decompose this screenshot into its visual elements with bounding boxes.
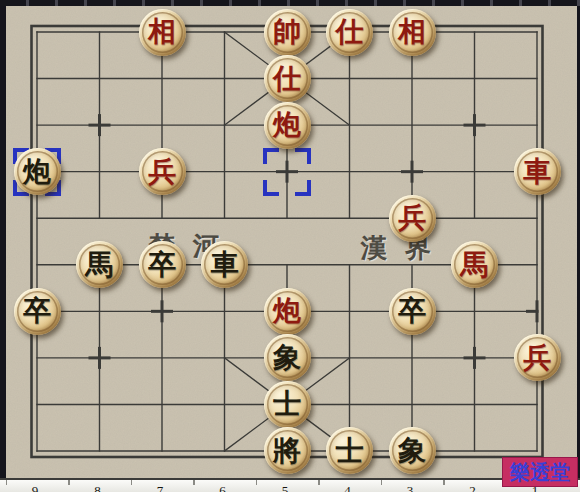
ruler-tick	[256, 480, 258, 485]
ruler-tick	[443, 480, 445, 485]
file-number-label: 7	[151, 483, 169, 492]
piece-black-馬[interactable]: 馬	[76, 241, 123, 288]
xiangqi-app-window: 楚河 漢界 相帥仕相仕炮炮兵車兵馬卒車馬卒炮卒象兵士將士象 987654321 …	[0, 0, 580, 492]
file-number-label: 2	[464, 483, 482, 492]
piece-glyph: 炮	[273, 111, 301, 139]
piece-glyph: 炮	[273, 297, 301, 325]
file-number-ruler: 987654321	[0, 478, 580, 492]
piece-red-炮[interactable]: 炮	[264, 288, 311, 335]
ruler-tick	[318, 480, 320, 485]
piece-glyph: 兵	[523, 344, 551, 372]
file-number-label: 6	[214, 483, 232, 492]
piece-glyph: 車	[211, 251, 239, 279]
piece-black-車[interactable]: 車	[201, 241, 248, 288]
file-number-label: 8	[89, 483, 107, 492]
piece-glyph: 馬	[461, 251, 489, 279]
piece-glyph: 相	[398, 18, 426, 46]
piece-glyph: 車	[523, 158, 551, 186]
piece-glyph: 兵	[148, 158, 176, 186]
file-number-label: 5	[276, 483, 294, 492]
river-label-han-jie: 漢界	[336, 231, 456, 266]
piece-black-炮[interactable]: 炮	[14, 148, 61, 195]
piece-red-車[interactable]: 車	[514, 148, 561, 195]
file-number-label: 3	[401, 483, 419, 492]
piece-glyph: 相	[148, 18, 176, 46]
piece-black-將[interactable]: 將	[264, 427, 311, 474]
ruler-tick	[6, 480, 8, 485]
piece-black-象[interactable]: 象	[264, 334, 311, 381]
piece-glyph: 象	[398, 437, 426, 465]
piece-red-相[interactable]: 相	[389, 9, 436, 56]
piece-black-卒[interactable]: 卒	[14, 288, 61, 335]
piece-red-相[interactable]: 相	[139, 9, 186, 56]
piece-glyph: 士	[273, 390, 301, 418]
piece-glyph: 將	[273, 437, 301, 465]
watermark-text: 樂透堂	[510, 459, 570, 486]
piece-glyph: 士	[336, 437, 364, 465]
last-move-highlight	[263, 148, 311, 196]
piece-red-帥[interactable]: 帥	[264, 9, 311, 56]
piece-glyph: 卒	[23, 297, 51, 325]
piece-glyph: 帥	[273, 18, 301, 46]
piece-glyph: 卒	[398, 297, 426, 325]
piece-red-兵[interactable]: 兵	[389, 195, 436, 242]
piece-glyph: 象	[273, 344, 301, 372]
ruler-tick	[193, 480, 195, 485]
piece-glyph: 馬	[86, 251, 114, 279]
piece-glyph: 卒	[148, 251, 176, 279]
piece-black-卒[interactable]: 卒	[389, 288, 436, 335]
watermark-badge: 樂透堂	[502, 457, 578, 487]
ruler-tick	[381, 480, 383, 485]
piece-red-兵[interactable]: 兵	[139, 148, 186, 195]
piece-black-士[interactable]: 士	[264, 381, 311, 428]
piece-red-馬[interactable]: 馬	[451, 241, 498, 288]
piece-glyph: 仕	[336, 18, 364, 46]
file-number-label: 4	[339, 483, 357, 492]
piece-red-仕[interactable]: 仕	[326, 9, 373, 56]
piece-red-兵[interactable]: 兵	[514, 334, 561, 381]
ruler-tick	[68, 480, 70, 485]
piece-glyph: 炮	[23, 158, 51, 186]
piece-red-炮[interactable]: 炮	[264, 102, 311, 149]
piece-red-仕[interactable]: 仕	[264, 55, 311, 102]
piece-glyph: 仕	[273, 65, 301, 93]
file-number-label: 9	[26, 483, 44, 492]
ruler-tick	[131, 480, 133, 485]
piece-black-象[interactable]: 象	[389, 427, 436, 474]
piece-black-卒[interactable]: 卒	[139, 241, 186, 288]
piece-glyph: 兵	[398, 204, 426, 232]
